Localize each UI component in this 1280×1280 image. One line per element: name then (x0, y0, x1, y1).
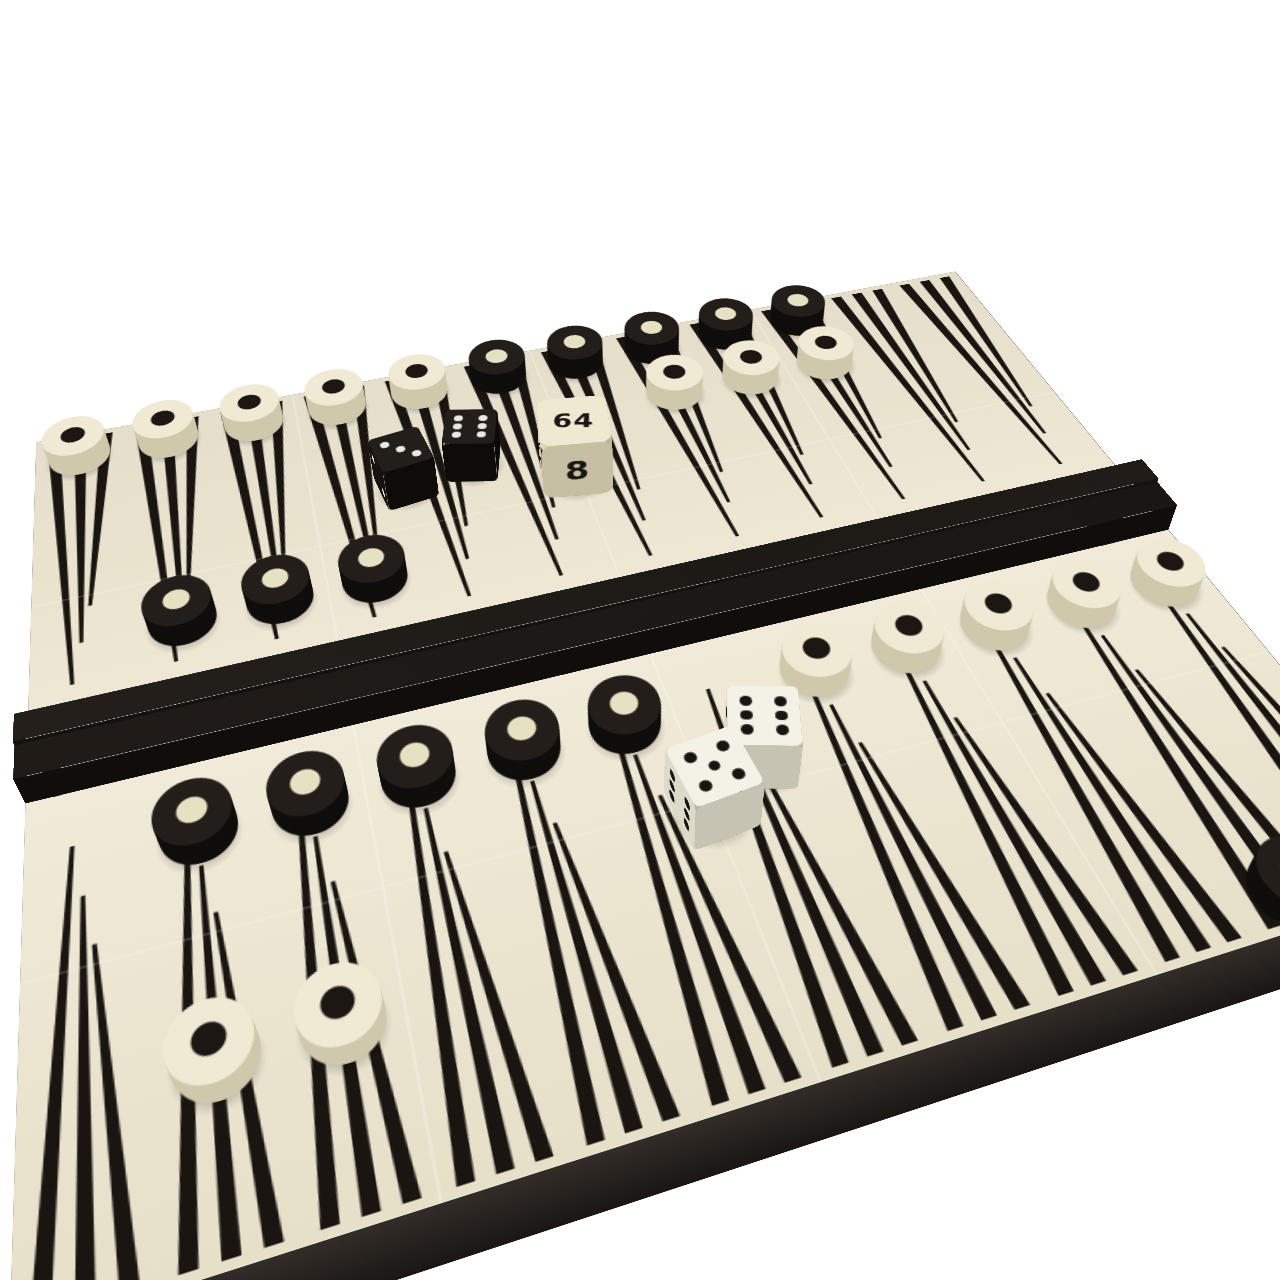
die-pip (697, 779, 714, 793)
perspective-wrapper: 6448 (0, 0, 1280, 1280)
point-stripe (9, 777, 159, 1280)
checker-cream[interactable] (169, 1006, 265, 1115)
die-pip (775, 710, 788, 720)
die-pip (715, 739, 732, 753)
die-pip (741, 724, 754, 734)
backgammon-board: 6448 (9, 272, 1280, 1280)
checker-black[interactable] (480, 713, 568, 789)
die-pip (730, 767, 747, 781)
white-die-2[interactable] (666, 770, 759, 849)
point-12 (9, 777, 159, 1280)
die-pip (774, 696, 787, 706)
point-stripe (9, 777, 159, 1280)
photo-stage: 6448 (0, 0, 1280, 1280)
point-stripe (9, 777, 159, 1280)
die-pip (706, 759, 723, 773)
die-pip (776, 725, 789, 735)
die-pip (740, 710, 753, 720)
tile-seam (920, 589, 1158, 975)
checker-black[interactable] (580, 689, 669, 762)
die-pip (682, 751, 699, 765)
die-pip (739, 696, 752, 706)
